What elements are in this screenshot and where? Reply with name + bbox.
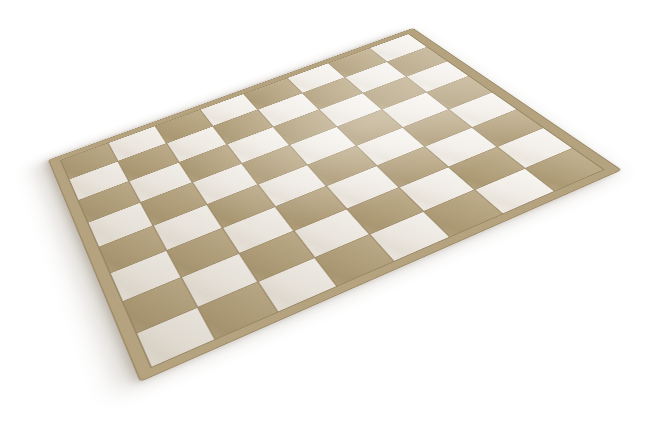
product-photo-stage	[0, 0, 650, 433]
checkerboard-mat	[48, 28, 622, 382]
board-grid	[61, 34, 603, 367]
